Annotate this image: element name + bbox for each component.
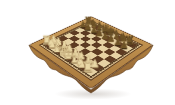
square-c2: ♟ [61, 45, 73, 52]
square-h3 [97, 59, 110, 67]
piece-white-pawn: ♟ [49, 34, 57, 43]
piece-black-rook: ♜ [124, 35, 135, 47]
square-h7: ♟ [121, 45, 133, 52]
chess-set-photo: ♜♞♝♛♚♝♞♜♟♟♟♟♟♟♟♟♟♟♟♟♟♟♟♟♜♞♝♛♚♝♞♜ [0, 0, 175, 105]
